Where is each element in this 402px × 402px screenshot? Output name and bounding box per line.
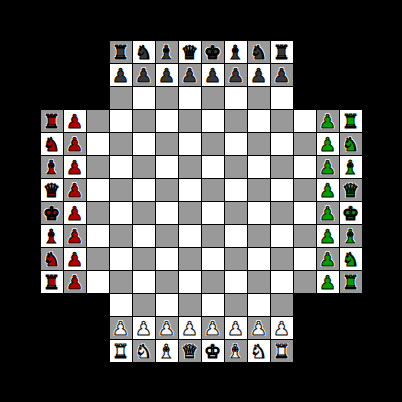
square-d10[interactable]	[110, 133, 132, 155]
square-i5[interactable]	[225, 248, 247, 270]
square-h3[interactable]	[202, 294, 224, 316]
green-pawn[interactable]: ♟	[319, 202, 336, 224]
square-g2[interactable]: ♟	[179, 317, 201, 339]
square-h10[interactable]	[202, 133, 224, 155]
green-pawn[interactable]: ♟	[319, 133, 336, 155]
square-g11[interactable]	[179, 110, 201, 132]
void-corner	[87, 317, 109, 339]
square-h4[interactable]	[202, 271, 224, 293]
square-g1[interactable]: ♛	[179, 340, 201, 362]
square-i1[interactable]: ♝	[225, 340, 247, 362]
square-f7[interactable]	[156, 202, 178, 224]
void-corner	[317, 87, 339, 109]
square-g8[interactable]	[179, 179, 201, 201]
square-m8[interactable]: ♟	[317, 179, 339, 201]
void-corner	[87, 41, 109, 63]
square-l7[interactable]	[294, 202, 316, 224]
square-i3[interactable]	[225, 294, 247, 316]
void-corner	[340, 87, 362, 109]
red-pawn[interactable]: ♟	[66, 133, 83, 155]
square-n4[interactable]: ♜	[340, 271, 362, 293]
black-rook[interactable]: ♜	[273, 41, 290, 63]
square-h7[interactable]	[202, 202, 224, 224]
red-bishop[interactable]: ♝	[43, 225, 60, 247]
square-f3[interactable]	[156, 294, 178, 316]
square-i7[interactable]	[225, 202, 247, 224]
green-bishop[interactable]: ♝	[342, 225, 359, 247]
square-e3[interactable]	[133, 294, 155, 316]
square-d2[interactable]: ♟	[110, 317, 132, 339]
square-d11[interactable]	[110, 110, 132, 132]
black-pawn[interactable]: ♟	[250, 64, 267, 86]
square-n8[interactable]: ♛	[340, 179, 362, 201]
square-f4[interactable]	[156, 271, 178, 293]
square-j5[interactable]	[248, 248, 270, 270]
square-b9[interactable]: ♟	[64, 156, 86, 178]
square-d1[interactable]: ♜	[110, 340, 132, 362]
void-corner	[317, 294, 339, 316]
white-rook[interactable]: ♜	[273, 340, 290, 362]
square-h2[interactable]: ♟	[202, 317, 224, 339]
green-pawn[interactable]: ♟	[319, 225, 336, 247]
red-knight[interactable]: ♞	[43, 248, 60, 270]
square-e10[interactable]	[133, 133, 155, 155]
square-f13[interactable]: ♟	[156, 64, 178, 86]
red-pawn[interactable]: ♟	[66, 202, 83, 224]
black-pawn[interactable]: ♟	[135, 64, 152, 86]
black-rook[interactable]: ♜	[112, 41, 129, 63]
black-pawn[interactable]: ♟	[112, 64, 129, 86]
square-n10[interactable]: ♞	[340, 133, 362, 155]
square-j8[interactable]	[248, 179, 270, 201]
square-g3[interactable]	[179, 294, 201, 316]
square-g5[interactable]	[179, 248, 201, 270]
square-h9[interactable]	[202, 156, 224, 178]
black-pawn[interactable]: ♟	[204, 64, 221, 86]
black-pawn[interactable]: ♟	[273, 64, 290, 86]
square-m11[interactable]: ♟	[317, 110, 339, 132]
green-rook[interactable]: ♜	[342, 110, 359, 132]
red-pawn[interactable]: ♟	[66, 110, 83, 132]
square-g7[interactable]	[179, 202, 201, 224]
square-d14[interactable]: ♜	[110, 41, 132, 63]
square-l6[interactable]	[294, 225, 316, 247]
square-i14[interactable]: ♝	[225, 41, 247, 63]
square-k4[interactable]	[271, 271, 293, 293]
square-k14[interactable]: ♜	[271, 41, 293, 63]
square-g9[interactable]	[179, 156, 201, 178]
green-knight[interactable]: ♞	[342, 133, 359, 155]
black-pawn[interactable]: ♟	[158, 64, 175, 86]
square-i8[interactable]	[225, 179, 247, 201]
void-corner	[64, 87, 86, 109]
square-d12[interactable]	[110, 87, 132, 109]
red-bishop[interactable]: ♝	[43, 156, 60, 178]
square-m5[interactable]: ♟	[317, 248, 339, 270]
square-m4[interactable]: ♟	[317, 271, 339, 293]
square-g6[interactable]	[179, 225, 201, 247]
black-knight[interactable]: ♞	[135, 41, 152, 63]
void-corner	[340, 294, 362, 316]
red-pawn[interactable]: ♟	[66, 225, 83, 247]
square-k13[interactable]: ♟	[271, 64, 293, 86]
square-h13[interactable]: ♟	[202, 64, 224, 86]
green-rook[interactable]: ♜	[342, 271, 359, 293]
square-e14[interactable]: ♞	[133, 41, 155, 63]
square-d6[interactable]	[110, 225, 132, 247]
square-c4[interactable]	[87, 271, 109, 293]
square-e5[interactable]	[133, 248, 155, 270]
green-queen[interactable]: ♛	[342, 179, 359, 201]
square-l11[interactable]	[294, 110, 316, 132]
square-c8[interactable]	[87, 179, 109, 201]
square-e7[interactable]	[133, 202, 155, 224]
red-knight[interactable]: ♞	[43, 133, 60, 155]
void-corner	[294, 294, 316, 316]
square-n9[interactable]: ♝	[340, 156, 362, 178]
square-f11[interactable]	[156, 110, 178, 132]
black-queen[interactable]: ♛	[181, 41, 198, 63]
square-l5[interactable]	[294, 248, 316, 270]
square-k8[interactable]	[271, 179, 293, 201]
square-e13[interactable]: ♟	[133, 64, 155, 86]
black-bishop[interactable]: ♝	[227, 41, 244, 63]
void-corner	[317, 317, 339, 339]
square-b4[interactable]: ♟	[64, 271, 86, 293]
white-queen[interactable]: ♛	[181, 340, 198, 362]
square-a5[interactable]: ♞	[41, 248, 63, 270]
white-king[interactable]: ♚	[204, 340, 221, 362]
square-k6[interactable]	[271, 225, 293, 247]
square-f14[interactable]: ♝	[156, 41, 178, 63]
square-g4[interactable]	[179, 271, 201, 293]
void-corner	[317, 340, 339, 362]
square-k7[interactable]	[271, 202, 293, 224]
square-j10[interactable]	[248, 133, 270, 155]
void-corner	[340, 340, 362, 362]
square-b10[interactable]: ♟	[64, 133, 86, 155]
void-corner	[294, 64, 316, 86]
square-c11[interactable]	[87, 110, 109, 132]
square-m10[interactable]: ♟	[317, 133, 339, 155]
square-k3[interactable]	[271, 294, 293, 316]
square-d7[interactable]	[110, 202, 132, 224]
square-j12[interactable]	[248, 87, 270, 109]
square-c5[interactable]	[87, 248, 109, 270]
square-i12[interactable]	[225, 87, 247, 109]
void-corner	[87, 340, 109, 362]
square-l4[interactable]	[294, 271, 316, 293]
square-a7[interactable]: ♚	[41, 202, 63, 224]
white-rook[interactable]: ♜	[112, 340, 129, 362]
black-pawn[interactable]: ♟	[181, 64, 198, 86]
red-king[interactable]: ♚	[43, 202, 60, 224]
square-b11[interactable]: ♟	[64, 110, 86, 132]
white-pawn[interactable]: ♟	[135, 317, 152, 339]
square-k1[interactable]: ♜	[271, 340, 293, 362]
white-bishop[interactable]: ♝	[158, 340, 175, 362]
void-corner	[294, 87, 316, 109]
square-i6[interactable]	[225, 225, 247, 247]
square-m7[interactable]: ♟	[317, 202, 339, 224]
void-corner	[41, 41, 63, 63]
square-f6[interactable]	[156, 225, 178, 247]
square-k9[interactable]	[271, 156, 293, 178]
square-b8[interactable]: ♟	[64, 179, 86, 201]
square-j14[interactable]: ♞	[248, 41, 270, 63]
square-a9[interactable]: ♝	[41, 156, 63, 178]
square-n6[interactable]: ♝	[340, 225, 362, 247]
square-e8[interactable]	[133, 179, 155, 201]
red-pawn[interactable]: ♟	[66, 156, 83, 178]
green-pawn[interactable]: ♟	[319, 248, 336, 270]
white-knight[interactable]: ♞	[250, 340, 267, 362]
square-d3[interactable]	[110, 294, 132, 316]
void-corner	[64, 64, 86, 86]
square-g12[interactable]	[179, 87, 201, 109]
square-j6[interactable]	[248, 225, 270, 247]
square-b5[interactable]: ♟	[64, 248, 86, 270]
square-a11[interactable]: ♜	[41, 110, 63, 132]
square-j7[interactable]	[248, 202, 270, 224]
void-corner	[340, 317, 362, 339]
white-pawn[interactable]: ♟	[181, 317, 198, 339]
green-pawn[interactable]: ♟	[319, 271, 336, 293]
void-corner	[41, 87, 63, 109]
square-d4[interactable]	[110, 271, 132, 293]
white-knight[interactable]: ♞	[135, 340, 152, 362]
black-pawn[interactable]: ♟	[227, 64, 244, 86]
square-l9[interactable]	[294, 156, 316, 178]
white-pawn[interactable]: ♟	[204, 317, 221, 339]
green-king[interactable]: ♚	[342, 202, 359, 224]
white-bishop[interactable]: ♝	[227, 340, 244, 362]
void-corner	[41, 340, 63, 362]
square-e11[interactable]	[133, 110, 155, 132]
square-n5[interactable]: ♞	[340, 248, 362, 270]
void-corner	[41, 64, 63, 86]
red-rook[interactable]: ♜	[43, 271, 60, 293]
square-k12[interactable]	[271, 87, 293, 109]
square-b6[interactable]: ♟	[64, 225, 86, 247]
void-corner	[41, 294, 63, 316]
void-corner	[64, 317, 86, 339]
square-f8[interactable]	[156, 179, 178, 201]
void-corner	[294, 340, 316, 362]
square-b7[interactable]: ♟	[64, 202, 86, 224]
black-king[interactable]: ♚	[204, 41, 221, 63]
void-corner	[294, 317, 316, 339]
void-corner	[317, 41, 339, 63]
square-e9[interactable]	[133, 156, 155, 178]
void-corner	[294, 41, 316, 63]
square-a10[interactable]: ♞	[41, 133, 63, 155]
square-i4[interactable]	[225, 271, 247, 293]
void-corner	[87, 87, 109, 109]
green-pawn[interactable]: ♟	[319, 110, 336, 132]
square-h6[interactable]	[202, 225, 224, 247]
void-corner	[340, 41, 362, 63]
square-f9[interactable]	[156, 156, 178, 178]
void-corner	[87, 64, 109, 86]
square-h8[interactable]	[202, 179, 224, 201]
square-m6[interactable]: ♟	[317, 225, 339, 247]
square-f1[interactable]: ♝	[156, 340, 178, 362]
square-m9[interactable]: ♟	[317, 156, 339, 178]
black-bishop[interactable]: ♝	[158, 41, 175, 63]
void-corner	[317, 64, 339, 86]
square-c10[interactable]	[87, 133, 109, 155]
square-h11[interactable]	[202, 110, 224, 132]
square-d8[interactable]	[110, 179, 132, 201]
white-pawn[interactable]: ♟	[250, 317, 267, 339]
white-pawn[interactable]: ♟	[273, 317, 290, 339]
red-pawn[interactable]: ♟	[66, 271, 83, 293]
square-e1[interactable]: ♞	[133, 340, 155, 362]
square-i10[interactable]	[225, 133, 247, 155]
square-k11[interactable]	[271, 110, 293, 132]
square-a4[interactable]: ♜	[41, 271, 63, 293]
square-d13[interactable]: ♟	[110, 64, 132, 86]
void-corner	[64, 41, 86, 63]
black-knight[interactable]: ♞	[250, 41, 267, 63]
square-h12[interactable]	[202, 87, 224, 109]
square-h5[interactable]	[202, 248, 224, 270]
square-a8[interactable]: ♛	[41, 179, 63, 201]
square-j1[interactable]: ♞	[248, 340, 270, 362]
red-pawn[interactable]: ♟	[66, 179, 83, 201]
white-pawn[interactable]: ♟	[112, 317, 129, 339]
green-bishop[interactable]: ♝	[342, 156, 359, 178]
square-c9[interactable]	[87, 156, 109, 178]
square-c7[interactable]	[87, 202, 109, 224]
void-corner	[41, 317, 63, 339]
square-f5[interactable]	[156, 248, 178, 270]
square-l8[interactable]	[294, 179, 316, 201]
square-a6[interactable]: ♝	[41, 225, 63, 247]
square-e2[interactable]: ♟	[133, 317, 155, 339]
square-f12[interactable]	[156, 87, 178, 109]
red-rook[interactable]: ♜	[43, 110, 60, 132]
square-j11[interactable]	[248, 110, 270, 132]
square-e6[interactable]	[133, 225, 155, 247]
square-l10[interactable]	[294, 133, 316, 155]
square-f2[interactable]: ♟	[156, 317, 178, 339]
square-e4[interactable]	[133, 271, 155, 293]
square-e12[interactable]	[133, 87, 155, 109]
red-pawn[interactable]: ♟	[66, 248, 83, 270]
square-g14[interactable]: ♛	[179, 41, 201, 63]
void-corner	[64, 340, 86, 362]
square-d5[interactable]	[110, 248, 132, 270]
square-j13[interactable]: ♟	[248, 64, 270, 86]
square-n11[interactable]: ♜	[340, 110, 362, 132]
green-pawn[interactable]: ♟	[319, 179, 336, 201]
square-k5[interactable]	[271, 248, 293, 270]
square-j9[interactable]	[248, 156, 270, 178]
white-pawn[interactable]: ♟	[227, 317, 244, 339]
square-n7[interactable]: ♚	[340, 202, 362, 224]
square-h1[interactable]: ♚	[202, 340, 224, 362]
square-i9[interactable]	[225, 156, 247, 178]
square-j2[interactable]: ♟	[248, 317, 270, 339]
square-d9[interactable]	[110, 156, 132, 178]
green-pawn[interactable]: ♟	[319, 156, 336, 178]
square-i11[interactable]	[225, 110, 247, 132]
red-queen[interactable]: ♛	[43, 179, 60, 201]
green-knight[interactable]: ♞	[342, 248, 359, 270]
square-f10[interactable]	[156, 133, 178, 155]
white-pawn[interactable]: ♟	[158, 317, 175, 339]
void-corner	[340, 64, 362, 86]
square-g10[interactable]	[179, 133, 201, 155]
square-h14[interactable]: ♚	[202, 41, 224, 63]
square-k2[interactable]: ♟	[271, 317, 293, 339]
square-j3[interactable]	[248, 294, 270, 316]
square-k10[interactable]	[271, 133, 293, 155]
square-c6[interactable]	[87, 225, 109, 247]
void-corner	[87, 294, 109, 316]
square-i2[interactable]: ♟	[225, 317, 247, 339]
square-j4[interactable]	[248, 271, 270, 293]
square-g13[interactable]: ♟	[179, 64, 201, 86]
square-i13[interactable]: ♟	[225, 64, 247, 86]
void-corner	[64, 294, 86, 316]
chessboard: ♜♞♝♛♚♝♞♜♟♟♟♟♟♟♟♟♜♟♟♜♞♟♟♞♝♟♟♝♛♟♟♛♚♟♟♚♝♟♟♝…	[41, 41, 362, 362]
